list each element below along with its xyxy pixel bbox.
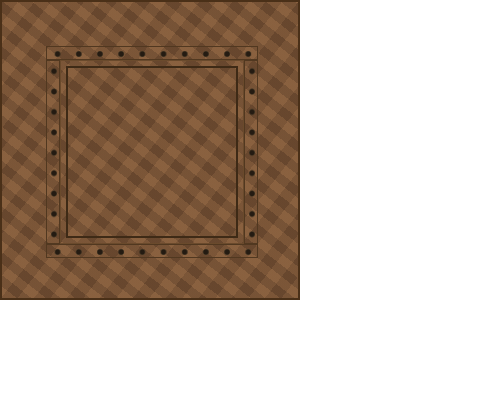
stud-border-front (46, 244, 258, 258)
chess-table-photo (0, 0, 500, 400)
chess-board (66, 66, 238, 238)
tabletop (0, 0, 300, 300)
stud-border-left (46, 60, 60, 244)
stud-border-right (244, 60, 258, 244)
stud-border-back (46, 46, 258, 60)
